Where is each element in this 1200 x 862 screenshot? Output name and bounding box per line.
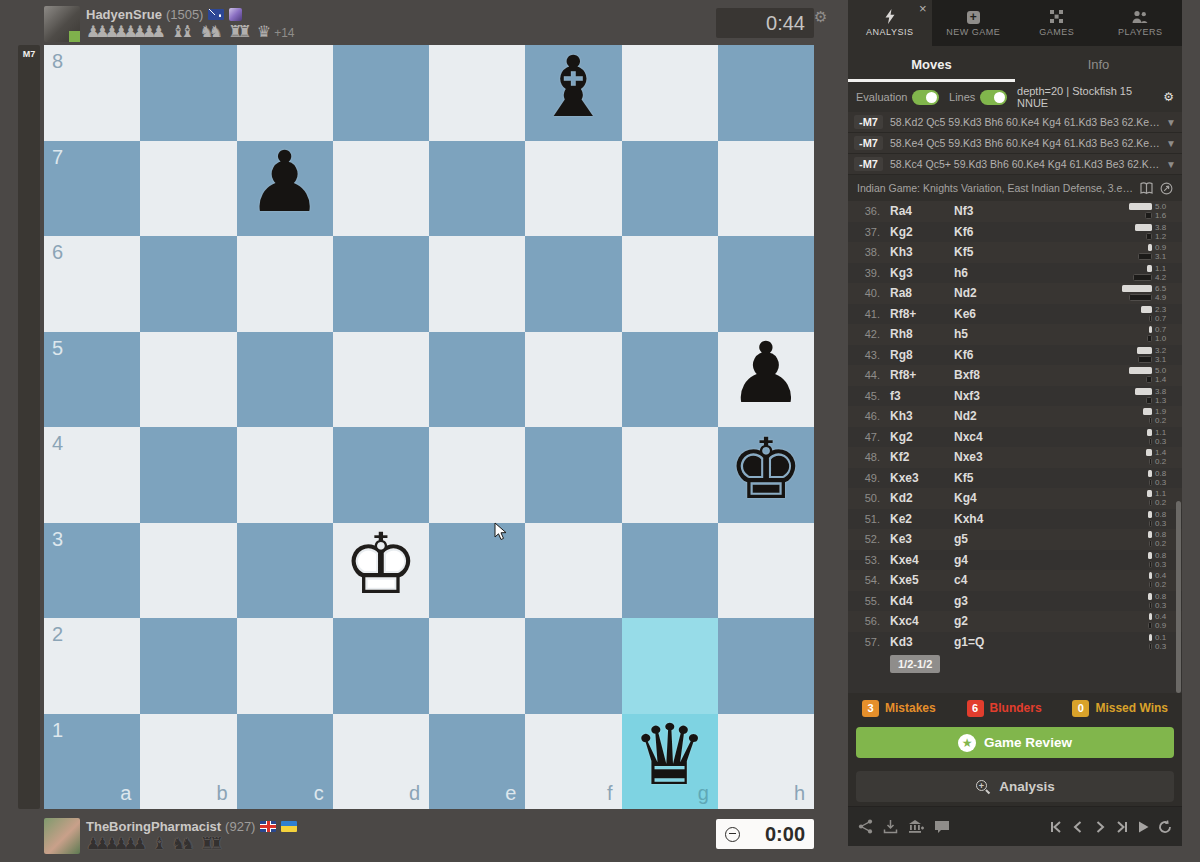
move-number: 54. xyxy=(856,574,880,586)
top-player-avatar[interactable] xyxy=(44,6,80,42)
white-move[interactable]: Kd2 xyxy=(890,491,954,505)
engine-line-moves: 58.Kd2 Qc5 59.Kd3 Bh6 60.Ke4 Kg4 61.Kd3 … xyxy=(890,116,1161,128)
top-captured-pieces: ♟♟♟♟♟♟♟♟♝♝♞♞♜♜♛+14 xyxy=(86,22,295,41)
square-g2[interactable] xyxy=(622,618,718,714)
square-e5[interactable] xyxy=(429,332,525,428)
bottom-player-clock: 0:00 xyxy=(716,819,814,849)
square-b7[interactable] xyxy=(140,141,236,237)
black-move[interactable]: Bxf8 xyxy=(954,368,1120,382)
captured-piece-group: ♞♞ xyxy=(171,834,190,853)
square-b2[interactable] xyxy=(140,618,236,714)
file-label-c: c xyxy=(314,782,324,805)
move-row-55: 55.Kd4g30.80.3 xyxy=(848,591,1182,612)
captured-piece-group: ♝ xyxy=(152,834,161,853)
square-b6[interactable] xyxy=(140,236,236,332)
black-move[interactable]: g3 xyxy=(954,594,1120,608)
square-h2[interactable] xyxy=(718,618,814,714)
square-a6[interactable]: 6 xyxy=(44,236,140,332)
white-move[interactable]: Ke3 xyxy=(890,532,954,546)
square-d2[interactable] xyxy=(333,618,429,714)
rank-label-7: 7 xyxy=(52,146,63,169)
top-player-name[interactable]: HadyenSrue xyxy=(86,7,162,22)
tab-analysis[interactable]: ANALYSIS × xyxy=(848,0,932,46)
rank-label-3: 3 xyxy=(52,528,63,551)
move-row-36: 36.Ra4Nf35.01.6 xyxy=(848,201,1182,222)
uk-flag-icon xyxy=(260,821,276,832)
square-e3[interactable] xyxy=(429,523,525,619)
black-move[interactable]: Kf6 xyxy=(954,348,1120,362)
square-e7[interactable] xyxy=(429,141,525,237)
square-a4[interactable]: 4 xyxy=(44,427,140,523)
move-number: 36. xyxy=(856,205,880,217)
black-move[interactable]: g5 xyxy=(954,532,1120,546)
square-a1[interactable]: 1a xyxy=(44,714,140,810)
white-move[interactable]: Ke2 xyxy=(890,512,954,526)
square-d8[interactable] xyxy=(333,45,429,141)
move-time-bars: 0.10.3 xyxy=(1120,633,1172,651)
board-settings-gear-icon[interactable]: ⚙ xyxy=(814,8,827,26)
evaluation-toggle[interactable] xyxy=(912,90,939,105)
move-time-bars: 1.10.2 xyxy=(1120,489,1172,507)
white-move[interactable]: Kxc4 xyxy=(890,614,954,628)
move-number: 46. xyxy=(856,410,880,422)
square-e8[interactable] xyxy=(429,45,525,141)
move-time-bars: 3.23.1 xyxy=(1120,346,1172,364)
black-move[interactable]: Nxc4 xyxy=(954,430,1120,444)
move-time-bars: 0.80.3 xyxy=(1120,551,1172,569)
tab-new-game[interactable]: + NEW GAME xyxy=(932,0,1016,46)
download-icon[interactable] xyxy=(883,819,898,834)
subtab-info[interactable]: Info xyxy=(1015,46,1182,82)
engine-settings-gear-icon[interactable]: ⚙ xyxy=(1163,90,1174,104)
square-h6[interactable] xyxy=(718,236,814,332)
move-time-bars: 0.40.2 xyxy=(1120,571,1172,589)
opening-book-icon[interactable] xyxy=(1140,182,1153,195)
engine-line-moves: 58.Kc4 Qc5+ 59.Kd3 Bh6 60.Ke4 Kg4 61.Kd3… xyxy=(890,158,1161,170)
move-time-bars: 3.81.2 xyxy=(1120,223,1172,241)
square-f2[interactable] xyxy=(525,618,621,714)
file-label-b: b xyxy=(216,782,227,805)
panel-tab-bar: ANALYSIS × + NEW GAME GAMES xyxy=(848,0,1182,46)
captured-piece-group: ♜♜ xyxy=(200,834,219,853)
move-number: 53. xyxy=(856,554,880,566)
square-a7[interactable]: 7 xyxy=(44,141,140,237)
analysis-panel: ANALYSIS × + NEW GAME GAMES xyxy=(848,0,1182,846)
black-move[interactable]: Kf6 xyxy=(954,225,1120,239)
games-grid-icon xyxy=(1050,9,1064,24)
square-g4[interactable] xyxy=(622,427,718,523)
move-row-47: 47.Kg2Nxc41.10.3 xyxy=(848,427,1182,448)
eval-bar-label: M7 xyxy=(18,49,40,59)
black-move[interactable]: g1=Q xyxy=(954,635,1120,649)
chevron-down-icon[interactable]: ▼ xyxy=(1166,138,1176,149)
bottom-player-name[interactable]: TheBoringPharmacist xyxy=(86,819,221,834)
move-number: 52. xyxy=(856,533,880,545)
square-g8[interactable] xyxy=(622,45,718,141)
nav-next-move-button[interactable] xyxy=(1093,820,1107,834)
white-move[interactable]: Kf2 xyxy=(890,450,954,464)
piece-black-queen-g1[interactable]: ♛ xyxy=(622,714,718,810)
rank-label-8: 8 xyxy=(52,50,63,73)
piece-black-king-h4[interactable]: ♚ xyxy=(718,427,814,523)
square-f5[interactable] xyxy=(525,332,621,428)
mouse-cursor xyxy=(494,522,510,542)
move-number: 47. xyxy=(856,431,880,443)
square-f6[interactable] xyxy=(525,236,621,332)
square-e6[interactable] xyxy=(429,236,525,332)
australia-flag-icon xyxy=(208,9,224,20)
white-move[interactable]: Kxe3 xyxy=(890,471,954,485)
result-badge: 1/2-1/2 xyxy=(890,655,940,673)
white-move[interactable]: Kg2 xyxy=(890,225,954,239)
move-time-bars: 6.54.9 xyxy=(1120,284,1172,302)
black-move[interactable]: Nxf3 xyxy=(954,389,1120,403)
square-d1[interactable]: d xyxy=(333,714,429,810)
engine-controls: Evaluation Lines depth=20 | Stockfish 15… xyxy=(848,82,1182,112)
piece-black-bishop-f8[interactable]: ♝ xyxy=(525,45,621,141)
square-d6[interactable] xyxy=(333,236,429,332)
move-list: 36.Ra4Nf35.01.637.Kg2Kf63.81.238.Kh3Kf50… xyxy=(848,201,1182,693)
white-move[interactable]: Kg2 xyxy=(890,430,954,444)
chess-board: 8♝7♟65♟4♚3♚♔21abcdefg♛h xyxy=(44,45,814,809)
move-number: 41. xyxy=(856,308,880,320)
lines-toggle[interactable] xyxy=(980,90,1007,105)
chevron-down-icon[interactable]: ▼ xyxy=(1166,117,1176,128)
captured-piece-group: ♟♟♟♟♟♟ xyxy=(86,834,142,853)
summary-mistakes[interactable]: 3Mistakes xyxy=(862,700,936,717)
move-row-54: 54.Kxe5c40.40.2 xyxy=(848,570,1182,591)
black-move[interactable]: Kg4 xyxy=(954,491,1120,505)
move-number: 56. xyxy=(856,615,880,627)
nav-previous-move-button[interactable] xyxy=(1071,820,1085,834)
square-h8[interactable] xyxy=(718,45,814,141)
black-move[interactable]: Kf5 xyxy=(954,471,1120,485)
engine-line-moves: 58.Ke4 Qc5 59.Kd3 Bh6 60.Ke4 Kg4 61.Kd3 … xyxy=(890,137,1161,149)
square-b4[interactable] xyxy=(140,427,236,523)
square-a5[interactable]: 5 xyxy=(44,332,140,428)
file-label-d: d xyxy=(409,782,420,805)
move-time-bars: 1.90.2 xyxy=(1120,407,1172,425)
black-move[interactable]: g4 xyxy=(954,553,1120,567)
black-move[interactable]: Nd2 xyxy=(954,409,1120,423)
captured-piece-group: ♞♞ xyxy=(199,22,218,41)
move-number: 42. xyxy=(856,328,880,340)
rank-label-6: 6 xyxy=(52,241,63,264)
square-f3[interactable] xyxy=(525,523,621,619)
file-label-a: a xyxy=(120,782,131,805)
black-move[interactable]: Nf3 xyxy=(954,204,1120,218)
move-time-bars: 2.30.7 xyxy=(1120,305,1172,323)
square-e2[interactable] xyxy=(429,618,525,714)
black-move[interactable]: c4 xyxy=(954,573,1120,587)
black-move[interactable]: g2 xyxy=(954,614,1120,628)
bottom-player-rating: (927) xyxy=(225,819,255,834)
move-time-bars: 1.10.3 xyxy=(1120,428,1172,446)
blunders-label: Blunders xyxy=(990,701,1042,715)
bottom-captured-pieces: ♟♟♟♟♟♟♝♞♞♜♜ xyxy=(86,834,229,853)
square-a2[interactable]: 2 xyxy=(44,618,140,714)
black-move[interactable]: Nxe3 xyxy=(954,450,1120,464)
square-e4[interactable] xyxy=(429,427,525,523)
white-move[interactable]: Ra8 xyxy=(890,286,954,300)
mistakes-count: 3 xyxy=(862,700,879,717)
move-time-bars: 5.01.4 xyxy=(1120,366,1172,384)
black-move[interactable]: Kf5 xyxy=(954,245,1120,259)
rank-label-1: 1 xyxy=(52,719,63,742)
square-b8[interactable] xyxy=(140,45,236,141)
white-move[interactable]: Kg3 xyxy=(890,266,954,280)
square-g3[interactable] xyxy=(622,523,718,619)
square-a3[interactable]: 3 xyxy=(44,523,140,619)
flip-board-button[interactable] xyxy=(1158,820,1172,834)
engine-line-1[interactable]: -M758.Kd2 Qc5 59.Kd3 Bh6 60.Ke4 Kg4 61.K… xyxy=(848,112,1182,133)
page: { "game": "chess", "position": { "fen": … xyxy=(0,0,1200,862)
explorer-icon[interactable] xyxy=(1160,182,1173,195)
players-icon xyxy=(1132,9,1148,24)
engine-line-2[interactable]: -M758.Ke4 Qc5 59.Kd3 Bh6 60.Ke4 Kg4 61.K… xyxy=(848,133,1182,154)
rank-label-5: 5 xyxy=(52,337,63,360)
captured-piece-group: ♜♜ xyxy=(228,22,247,41)
missed-wins-count: 0 xyxy=(1072,700,1089,717)
move-number: 55. xyxy=(856,595,880,607)
square-e1[interactable]: e xyxy=(429,714,525,810)
move-row-37: 37.Kg2Kf63.81.2 xyxy=(848,222,1182,243)
square-b3[interactable] xyxy=(140,523,236,619)
piece-black-pawn-h5[interactable]: ♟ xyxy=(718,332,814,428)
move-row-38: 38.Kh3Kf50.93.1 xyxy=(848,242,1182,263)
review-star-icon: ★ xyxy=(958,734,976,752)
white-move[interactable]: Rh8 xyxy=(890,327,954,341)
move-row-39: 39.Kg3h61.14.2 xyxy=(848,263,1182,284)
piece-black-pawn-c7[interactable]: ♟ xyxy=(237,141,333,237)
engine-line-3[interactable]: -M758.Kc4 Qc5+ 59.Kd3 Bh6 60.Ke4 Kg4 61.… xyxy=(848,154,1182,175)
engine-line-eval: -M7 xyxy=(854,136,883,150)
top-player-clock: 0:44 xyxy=(716,8,814,38)
evaluation-label: Evaluation xyxy=(856,91,907,103)
black-move[interactable]: h5 xyxy=(954,327,1120,341)
square-h4[interactable]: ♚ xyxy=(718,427,814,523)
file-label-e: e xyxy=(505,782,516,805)
engine-line-eval: -M7 xyxy=(854,115,883,129)
move-row-42: 42.Rh8h50.71.0 xyxy=(848,324,1182,345)
mistake-summary: 3Mistakes6Blunders0Missed Wins xyxy=(848,693,1182,723)
move-number: 51. xyxy=(856,513,880,525)
nav-first-move-button[interactable] xyxy=(1049,820,1063,834)
square-h7[interactable] xyxy=(718,141,814,237)
move-number: 39. xyxy=(856,267,880,279)
move-time-bars: 0.40.9 xyxy=(1120,612,1172,630)
move-number: 37. xyxy=(856,226,880,238)
move-time-bars: 0.71.0 xyxy=(1120,325,1172,343)
square-b5[interactable] xyxy=(140,332,236,428)
nav-last-move-button[interactable] xyxy=(1115,820,1129,834)
top-player-rating: (1505) xyxy=(166,7,204,22)
square-c6[interactable] xyxy=(237,236,333,332)
square-c3[interactable] xyxy=(237,523,333,619)
square-g7[interactable] xyxy=(622,141,718,237)
move-number: 49. xyxy=(856,472,880,484)
engine-info: depth=20 | Stockfish 15 NNUE xyxy=(1017,85,1159,109)
panel-toolbar xyxy=(848,806,1182,846)
square-d7[interactable] xyxy=(333,141,429,237)
move-time-bars: 0.80.3 xyxy=(1120,510,1172,528)
captured-piece-group: ♝♝ xyxy=(171,22,190,41)
move-number: 45. xyxy=(856,390,880,402)
mistakes-label: Mistakes xyxy=(885,701,936,715)
move-row-41: 41.Rf8+Ke62.30.7 xyxy=(848,304,1182,325)
square-f7[interactable] xyxy=(525,141,621,237)
move-row-46: 46.Kh3Nd21.90.2 xyxy=(848,406,1182,427)
opening-name: Indian Game: Knights Variation, East Ind… xyxy=(857,182,1133,194)
white-move[interactable]: Rf8+ xyxy=(890,307,954,321)
move-time-bars: 1.14.2 xyxy=(1120,264,1172,282)
material-advantage: +14 xyxy=(274,26,294,40)
autoplay-button[interactable] xyxy=(1137,820,1150,834)
square-g5[interactable] xyxy=(622,332,718,428)
move-row-57: 57.Kd3g1=Q0.10.3 xyxy=(848,632,1182,653)
missed-wins-label: Missed Wins xyxy=(1095,701,1168,715)
analysis-button[interactable]: + Analysis xyxy=(856,771,1174,802)
white-move[interactable]: Rf8+ xyxy=(890,368,954,382)
square-h3[interactable] xyxy=(718,523,814,619)
rank-label-2: 2 xyxy=(52,623,63,646)
white-move[interactable]: Kh3 xyxy=(890,245,954,259)
square-d4[interactable] xyxy=(333,427,429,523)
library-icon[interactable] xyxy=(908,819,924,834)
rank-label-4: 4 xyxy=(52,432,63,455)
result-row: 1/2-1/2 xyxy=(848,652,1182,676)
move-row-49: 49.Kxe3Kf50.80.3 xyxy=(848,468,1182,489)
timeout-icon xyxy=(725,827,740,842)
move-number: 48. xyxy=(856,451,880,463)
engine-lines: -M758.Kd2 Qc5 59.Kd3 Bh6 60.Ke4 Kg4 61.K… xyxy=(848,112,1182,175)
move-time-bars: 5.01.6 xyxy=(1120,202,1172,220)
move-row-56: 56.Kxc4g20.40.9 xyxy=(848,611,1182,632)
move-time-bars: 0.80.2 xyxy=(1120,530,1172,548)
square-g6[interactable] xyxy=(622,236,718,332)
evaluation-bar: M7 xyxy=(18,45,40,809)
black-move[interactable]: Kxh4 xyxy=(954,512,1120,526)
move-row-45: 45.f3Nxf33.81.3 xyxy=(848,386,1182,407)
plus-square-icon: + xyxy=(967,9,980,24)
magnifier-icon: + xyxy=(975,779,991,795)
square-c4[interactable] xyxy=(237,427,333,523)
white-move[interactable]: Kxe4 xyxy=(890,553,954,567)
white-move[interactable]: Rg8 xyxy=(890,348,954,362)
move-time-bars: 1.40.2 xyxy=(1120,448,1172,466)
tab-games[interactable]: GAMES xyxy=(1015,0,1099,46)
move-row-40: 40.Ra8Nd26.54.9 xyxy=(848,283,1182,304)
move-time-bars: 0.80.3 xyxy=(1120,592,1172,610)
opening-row: Indian Game: Knights Variation, East Ind… xyxy=(848,175,1182,201)
bottom-player-avatar[interactable] xyxy=(44,818,80,854)
chevron-down-icon[interactable]: ▼ xyxy=(1166,159,1176,170)
square-a8[interactable]: 8 xyxy=(44,45,140,141)
square-f4[interactable] xyxy=(525,427,621,523)
square-c5[interactable] xyxy=(237,332,333,428)
moves-info-subtabs: Moves Info xyxy=(848,46,1182,82)
move-number: 44. xyxy=(856,369,880,381)
lightning-icon xyxy=(884,9,896,24)
move-row-53: 53.Kxe4g40.80.3 xyxy=(848,550,1182,571)
captured-piece-group: ♟♟♟♟♟♟♟♟ xyxy=(86,22,161,41)
move-time-bars: 3.81.3 xyxy=(1120,387,1172,405)
piece-white-king-d3[interactable]: ♚♔ xyxy=(333,523,429,619)
player-badge-icon xyxy=(229,8,242,21)
move-number: 38. xyxy=(856,246,880,258)
black-move[interactable]: Ke6 xyxy=(954,307,1120,321)
square-c7[interactable]: ♟ xyxy=(237,141,333,237)
white-move[interactable]: Kd3 xyxy=(890,635,954,649)
move-row-50: 50.Kd2Kg41.10.2 xyxy=(848,488,1182,509)
file-label-f: f xyxy=(607,782,613,805)
move-row-51: 51.Ke2Kxh40.80.3 xyxy=(848,509,1182,530)
square-f1[interactable]: f xyxy=(525,714,621,810)
square-b1[interactable]: b xyxy=(140,714,236,810)
white-move[interactable]: Kh3 xyxy=(890,409,954,423)
move-time-bars: 0.80.3 xyxy=(1120,469,1172,487)
chat-icon[interactable] xyxy=(934,820,950,834)
square-g1[interactable]: g♛ xyxy=(622,714,718,810)
share-icon[interactable] xyxy=(858,819,873,834)
white-move[interactable]: Kd4 xyxy=(890,594,954,608)
move-row-52: 52.Ke3g50.80.2 xyxy=(848,529,1182,550)
summary-missed-wins[interactable]: 0Missed Wins xyxy=(1072,700,1168,717)
white-move[interactable]: Kxe5 xyxy=(890,573,954,587)
subtab-moves[interactable]: Moves xyxy=(848,46,1015,82)
captured-piece-group: ♛ xyxy=(257,22,266,41)
game-review-button[interactable]: ★ Game Review xyxy=(856,727,1174,758)
move-list-scrollbar[interactable] xyxy=(1176,501,1181,693)
move-number: 40. xyxy=(856,287,880,299)
summary-blunders[interactable]: 6Blunders xyxy=(967,700,1042,717)
square-c1[interactable]: c xyxy=(237,714,333,810)
move-row-44: 44.Rf8+Bxf85.01.4 xyxy=(848,365,1182,386)
close-icon[interactable]: × xyxy=(919,1,927,16)
tab-players[interactable]: PLAYERS xyxy=(1099,0,1183,46)
move-number: 43. xyxy=(856,349,880,361)
white-move[interactable]: f3 xyxy=(890,389,954,403)
blunders-count: 6 xyxy=(967,700,984,717)
white-move[interactable]: Ra4 xyxy=(890,204,954,218)
square-d3[interactable]: ♚♔ xyxy=(333,523,429,619)
engine-line-eval: -M7 xyxy=(854,157,883,171)
move-row-48: 48.Kf2Nxe31.40.2 xyxy=(848,447,1182,468)
square-c2[interactable] xyxy=(237,618,333,714)
square-h5[interactable]: ♟ xyxy=(718,332,814,428)
square-f8[interactable]: ♝ xyxy=(525,45,621,141)
move-number: 57. xyxy=(856,636,880,648)
move-time-bars: 0.93.1 xyxy=(1120,243,1172,261)
lines-label: Lines xyxy=(949,91,975,103)
black-move[interactable]: h6 xyxy=(954,266,1120,280)
move-row-43: 43.Rg8Kf63.23.1 xyxy=(848,345,1182,366)
square-d5[interactable] xyxy=(333,332,429,428)
black-move[interactable]: Nd2 xyxy=(954,286,1120,300)
ukraine-flag-icon xyxy=(281,821,297,832)
square-h1[interactable]: h xyxy=(718,714,814,810)
square-c8[interactable] xyxy=(237,45,333,141)
file-label-h: h xyxy=(794,782,805,805)
move-number: 50. xyxy=(856,492,880,504)
